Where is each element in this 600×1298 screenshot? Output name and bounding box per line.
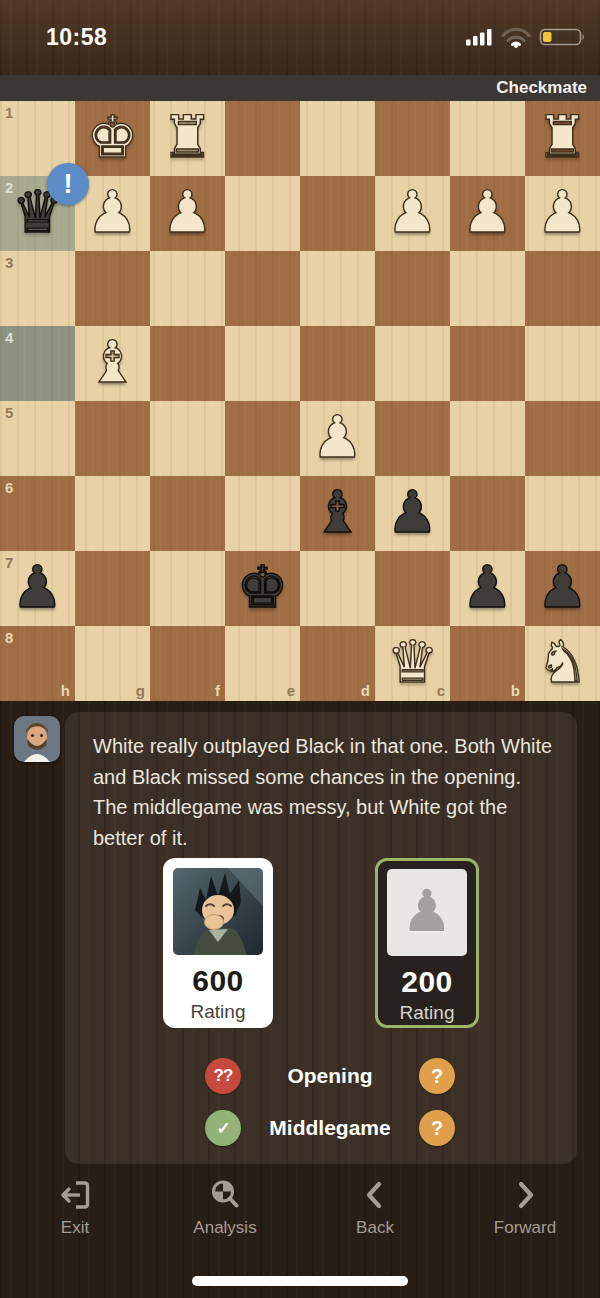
square-g4[interactable]: ♝ <box>75 326 150 401</box>
rank-label-4: 4 <box>5 330 13 345</box>
square-c6[interactable]: ♟ <box>375 476 450 551</box>
white-pawn-f2[interactable]: ♟ <box>150 176 225 251</box>
analysis-icon <box>207 1178 243 1212</box>
exit-icon <box>57 1178 93 1212</box>
square-a7[interactable]: ♟ <box>525 551 600 626</box>
square-h3[interactable]: 3 <box>0 251 75 326</box>
game-result-title: Checkmate <box>496 78 587 98</box>
black-king-e7[interactable]: ♚ <box>225 551 300 626</box>
square-a3[interactable] <box>525 251 600 326</box>
home-indicator[interactable] <box>192 1276 408 1286</box>
square-b6[interactable] <box>450 476 525 551</box>
coach-avatar <box>14 716 60 762</box>
white-pawn-b2[interactable]: ♟ <box>450 176 525 251</box>
black-player-rating-card[interactable]: 600 Rating <box>163 858 273 1028</box>
square-c4[interactable] <box>375 326 450 401</box>
status-bar: 10:58 <box>0 0 600 75</box>
rank-label-5: 5 <box>5 405 13 420</box>
square-d5[interactable]: ♟ <box>300 401 375 476</box>
chess-app-screen: { "game": "chess", "position": { "fen": … <box>0 0 600 1298</box>
square-a4[interactable] <box>525 326 600 401</box>
white-player-rating-card[interactable]: ♟ 200 Rating <box>375 858 479 1028</box>
square-c2[interactable]: ♟ <box>375 176 450 251</box>
white-rook-a1[interactable]: ♜ <box>525 101 600 176</box>
square-h5[interactable]: 5 <box>0 401 75 476</box>
square-f6[interactable] <box>150 476 225 551</box>
square-f1[interactable]: ♜ <box>150 101 225 176</box>
file-label-f: f <box>215 683 220 698</box>
square-b5[interactable] <box>450 401 525 476</box>
square-h8[interactable]: 8h <box>0 626 75 701</box>
cellular-signal-icon <box>466 27 493 51</box>
white-pawn-icon: ♟ <box>401 877 453 945</box>
phase-label-0: Opening <box>241 1064 419 1088</box>
game-review-panel: White really outplayed Black in that one… <box>65 712 577 1164</box>
square-e1[interactable] <box>225 101 300 176</box>
battery-icon <box>539 26 587 52</box>
black-pawn-a7[interactable]: ♟ <box>525 551 600 626</box>
phase-label-1: Middlegame <box>241 1116 419 1140</box>
file-label-e: e <box>287 683 295 698</box>
square-g1[interactable]: ♚ <box>75 101 150 176</box>
back-label: Back <box>356 1218 394 1238</box>
exit-button[interactable]: Exit <box>0 1178 150 1238</box>
square-b1[interactable] <box>450 101 525 176</box>
square-f3[interactable] <box>150 251 225 326</box>
wifi-icon <box>500 26 532 52</box>
phase-help-badge-0[interactable]: ? <box>419 1058 455 1094</box>
white-pawn-c2[interactable]: ♟ <box>375 176 450 251</box>
forward-icon <box>507 1178 543 1212</box>
forward-button[interactable]: Forward <box>450 1178 600 1238</box>
white-player-rating: 200 <box>378 965 476 999</box>
square-d3[interactable] <box>300 251 375 326</box>
square-a2[interactable]: ♟ <box>525 176 600 251</box>
square-g5[interactable] <box>75 401 150 476</box>
square-a6[interactable] <box>525 476 600 551</box>
square-b8[interactable]: b <box>450 626 525 701</box>
phase-row-opening[interactable]: ??Opening? <box>205 1058 455 1094</box>
square-f2[interactable]: ♟ <box>150 176 225 251</box>
square-e2[interactable] <box>225 176 300 251</box>
square-d6[interactable]: ♝ <box>300 476 375 551</box>
square-e6[interactable] <box>225 476 300 551</box>
square-h7[interactable]: 7♟ <box>0 551 75 626</box>
file-label-d: d <box>361 683 370 698</box>
exit-label: Exit <box>61 1218 89 1238</box>
square-c3[interactable] <box>375 251 450 326</box>
square-f4[interactable] <box>150 326 225 401</box>
square-d7[interactable] <box>300 551 375 626</box>
square-g8[interactable]: g <box>75 626 150 701</box>
white-pawn-d5[interactable]: ♟ <box>300 401 375 476</box>
white-knight-a8[interactable]: ♞ <box>525 626 600 701</box>
square-d8[interactable]: d <box>300 626 375 701</box>
rank-label-8: 8 <box>5 630 13 645</box>
square-h6[interactable]: 6 <box>0 476 75 551</box>
square-f8[interactable]: f <box>150 626 225 701</box>
square-a1[interactable]: ♜ <box>525 101 600 176</box>
white-rating-caption: Rating <box>378 1002 476 1024</box>
square-e4[interactable] <box>225 326 300 401</box>
phase-result-badge-0: ?? <box>205 1058 241 1094</box>
move-annotation-badge: ! <box>47 163 89 205</box>
analysis-button[interactable]: Analysis <box>150 1178 300 1238</box>
square-e8[interactable]: e <box>225 626 300 701</box>
square-e5[interactable] <box>225 401 300 476</box>
white-pawn-avatar: ♟ <box>387 869 467 956</box>
game-status-bar: Checkmate <box>0 75 600 101</box>
square-c8[interactable]: c♛ <box>375 626 450 701</box>
back-button[interactable]: Back <box>300 1178 450 1238</box>
white-queen-c8[interactable]: ♛ <box>375 626 450 701</box>
phase-result-badge-1: ✓ <box>205 1110 241 1146</box>
white-bishop-g4[interactable]: ♝ <box>75 326 150 401</box>
square-b3[interactable] <box>450 251 525 326</box>
square-c7[interactable] <box>375 551 450 626</box>
square-g3[interactable] <box>75 251 150 326</box>
square-e7[interactable]: ♚ <box>225 551 300 626</box>
coach-review-text: White really outplayed Black in that one… <box>93 731 559 853</box>
black-pawn-b7[interactable]: ♟ <box>450 551 525 626</box>
back-icon <box>357 1178 393 1212</box>
square-g6[interactable] <box>75 476 150 551</box>
square-b7[interactable]: ♟ <box>450 551 525 626</box>
square-c5[interactable] <box>375 401 450 476</box>
black-pawn-c6[interactable]: ♟ <box>375 476 450 551</box>
white-rook-f1[interactable]: ♜ <box>150 101 225 176</box>
black-bishop-d6[interactable]: ♝ <box>300 476 375 551</box>
black-player-rating: 600 <box>163 964 273 998</box>
square-e3[interactable] <box>225 251 300 326</box>
square-a8[interactable]: ♞ <box>525 626 600 701</box>
phase-help-badge-1[interactable]: ? <box>419 1110 455 1146</box>
clock-time: 10:58 <box>46 24 107 51</box>
black-rating-caption: Rating <box>163 1001 273 1023</box>
square-d2[interactable] <box>300 176 375 251</box>
square-a5[interactable] <box>525 401 600 476</box>
rating-cards-row: 600 Rating ♟ 200 Rating <box>65 858 577 1028</box>
phase-row-middlegame[interactable]: ✓Middlegame? <box>205 1110 455 1146</box>
square-g7[interactable] <box>75 551 150 626</box>
square-f7[interactable] <box>150 551 225 626</box>
rank-label-3: 3 <box>5 255 13 270</box>
black-pawn-h7[interactable]: ♟ <box>0 551 75 626</box>
square-b2[interactable]: ♟ <box>450 176 525 251</box>
forward-label: Forward <box>494 1218 556 1238</box>
chess-board[interactable]: 1♚♜♜2♛♟♟♟♟♟34♝5♟6♝♟7♟♚♟♟8hgfedc♛b♞! <box>0 101 600 701</box>
rank-label-1: 1 <box>5 105 13 120</box>
file-label-h: h <box>61 683 70 698</box>
square-c1[interactable] <box>375 101 450 176</box>
file-label-g: g <box>136 683 145 698</box>
square-h4[interactable]: 4 <box>0 326 75 401</box>
white-king-g1[interactable]: ♚ <box>75 101 150 176</box>
black-player-avatar <box>173 868 263 955</box>
phase-summary: ??Opening?✓Middlegame? <box>65 1058 577 1162</box>
analysis-label: Analysis <box>193 1218 256 1238</box>
square-d4[interactable] <box>300 326 375 401</box>
square-d1[interactable] <box>300 101 375 176</box>
square-b4[interactable] <box>450 326 525 401</box>
white-pawn-a2[interactable]: ♟ <box>525 176 600 251</box>
square-f5[interactable] <box>150 401 225 476</box>
status-icons <box>466 26 587 52</box>
file-label-b: b <box>511 683 520 698</box>
bottom-toolbar: Exit Analysis Back Forward <box>0 1178 600 1238</box>
rank-label-6: 6 <box>5 480 13 495</box>
